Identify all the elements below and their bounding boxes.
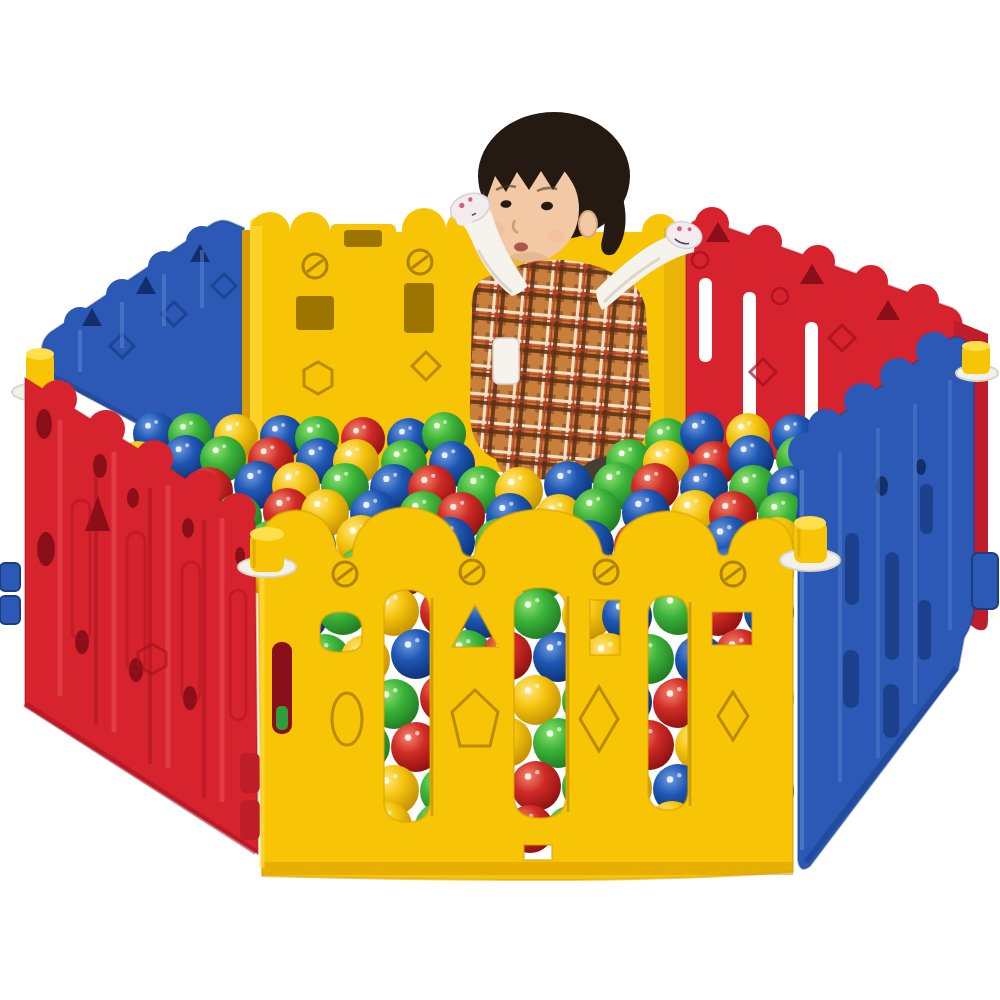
rect-cutout xyxy=(404,283,434,333)
ball xyxy=(511,761,561,811)
panel-clip-left xyxy=(0,563,20,591)
panel-clip xyxy=(240,753,260,793)
child-ear xyxy=(579,211,597,237)
oval-cutout xyxy=(37,532,55,566)
oval-cutout xyxy=(93,454,107,478)
ball-pit-playpen-photo xyxy=(0,0,1000,1000)
rect-cutout xyxy=(296,296,334,330)
oval-cutout xyxy=(36,409,52,439)
panel-clip-left xyxy=(0,596,20,624)
child-pocket xyxy=(493,338,519,384)
ball xyxy=(511,675,561,725)
product-photo xyxy=(0,0,1000,1000)
panel-clip xyxy=(240,800,260,840)
slot-cutout xyxy=(699,278,712,362)
rect-cutout xyxy=(344,230,382,247)
panel-clip-right xyxy=(972,553,998,609)
